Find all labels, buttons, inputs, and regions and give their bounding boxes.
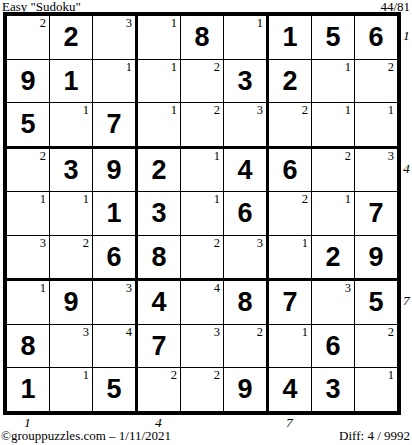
cell-r9c7[interactable]: 4 xyxy=(269,368,312,411)
cell-r2c5[interactable]: 2 xyxy=(181,60,224,104)
given-digit: 9 xyxy=(368,243,383,271)
cell-r5c7[interactable]: 2 xyxy=(269,192,312,236)
pencil-mark: 1 xyxy=(126,60,132,74)
pencil-mark: 2 xyxy=(302,192,308,206)
cell-r2c1[interactable]: 9 xyxy=(7,60,50,104)
pencil-mark: 2 xyxy=(214,236,220,250)
column-label-7: 7 xyxy=(286,415,293,431)
cell-r9c9[interactable]: 1 xyxy=(355,368,397,411)
cell-r9c8[interactable]: 3 xyxy=(312,368,355,411)
cell-r4c1[interactable]: 2 xyxy=(7,149,50,193)
pencil-mark: 2 xyxy=(388,325,394,339)
pencil-mark: 4 xyxy=(214,281,220,295)
cell-r3c4[interactable]: 1 xyxy=(138,103,181,149)
cell-r7c5[interactable]: 4 xyxy=(181,281,224,325)
pencil-mark: 1 xyxy=(257,16,263,30)
given-digit: 3 xyxy=(325,375,340,403)
cell-r6c8[interactable]: 2 xyxy=(312,236,355,282)
cell-r6c1[interactable]: 3 xyxy=(7,236,50,282)
pencil-mark: 3 xyxy=(257,103,263,117)
sudoku-page: Easy "Sudoku" 44/81 22318115691112321251… xyxy=(0,0,412,445)
pencil-mark: 1 xyxy=(83,368,89,382)
pencil-mark: 3 xyxy=(388,149,394,163)
cell-r9c1[interactable]: 1 xyxy=(7,368,50,411)
row-label-4: 4 xyxy=(403,161,410,177)
cell-r7c1[interactable]: 1 xyxy=(7,281,50,325)
cell-r3c5[interactable]: 2 xyxy=(181,103,224,149)
cell-r1c9[interactable]: 6 xyxy=(355,16,397,60)
pencil-mark: 3 xyxy=(126,281,132,295)
cell-r4c6[interactable]: 4 xyxy=(224,149,269,193)
cell-r8c5[interactable]: 3 xyxy=(181,325,224,369)
cell-r4c3[interactable]: 9 xyxy=(93,149,138,193)
cell-r5c3[interactable]: 1 xyxy=(93,192,138,236)
cell-r6c4[interactable]: 8 xyxy=(138,236,181,282)
pencil-mark: 1 xyxy=(214,192,220,206)
given-digit: 6 xyxy=(325,332,340,360)
cell-r3c9[interactable]: 1 xyxy=(355,103,397,149)
pencil-mark: 3 xyxy=(40,236,46,250)
cell-r5c5[interactable]: 1 xyxy=(181,192,224,236)
pencil-mark: 1 xyxy=(40,192,46,206)
cell-r8c7[interactable]: 1 xyxy=(269,325,312,369)
given-digit: 4 xyxy=(237,156,252,184)
pencil-mark: 2 xyxy=(40,16,46,30)
pencil-mark: 1 xyxy=(302,325,308,339)
given-digit: 2 xyxy=(282,67,297,95)
pencil-mark: 2 xyxy=(171,368,177,382)
pencil-mark: 1 xyxy=(171,60,177,74)
pencil-mark: 1 xyxy=(345,60,351,74)
given-digit: 3 xyxy=(151,199,166,227)
given-digit: 5 xyxy=(325,23,340,51)
given-digit: 4 xyxy=(282,375,297,403)
cell-r1c2[interactable]: 2 xyxy=(50,16,93,60)
pencil-mark: 3 xyxy=(345,281,351,295)
given-digit: 5 xyxy=(20,110,35,138)
given-digit: 2 xyxy=(151,156,166,184)
cell-r1c5[interactable]: 8 xyxy=(181,16,224,60)
cell-r4c7[interactable]: 6 xyxy=(269,149,312,193)
row-label-7: 7 xyxy=(403,293,410,309)
given-digit: 6 xyxy=(106,243,121,271)
given-digit: 1 xyxy=(20,375,35,403)
pencil-mark: 2 xyxy=(214,103,220,117)
copyright-text: ©grouppuzzles.com – 1/11/2021 xyxy=(1,428,171,444)
pencil-mark: 2 xyxy=(40,149,46,163)
cell-r6c2[interactable]: 2 xyxy=(50,236,93,282)
pencil-mark: 2 xyxy=(214,60,220,74)
given-digit: 6 xyxy=(237,199,252,227)
given-digit: 7 xyxy=(106,110,121,138)
pencil-mark: 1 xyxy=(388,103,394,117)
cell-r8c3[interactable]: 4 xyxy=(93,325,138,369)
cell-r3c1[interactable]: 5 xyxy=(7,103,50,149)
cell-r9c6[interactable]: 9 xyxy=(224,368,269,411)
given-digit: 7 xyxy=(151,332,166,360)
cell-r2c9[interactable]: 2 xyxy=(355,60,397,104)
cell-r9c2[interactable]: 1 xyxy=(50,368,93,411)
cell-r6c5[interactable]: 2 xyxy=(181,236,224,282)
cell-r7c7[interactable]: 7 xyxy=(269,281,312,325)
cell-r1c3[interactable]: 3 xyxy=(93,16,138,60)
cell-r7c4[interactable]: 4 xyxy=(138,281,181,325)
cell-r5c9[interactable]: 7 xyxy=(355,192,397,236)
cell-r5c4[interactable]: 3 xyxy=(138,192,181,236)
cell-r3c8[interactable]: 1 xyxy=(312,103,355,149)
given-digit: 6 xyxy=(282,156,297,184)
cell-r4c5[interactable]: 1 xyxy=(181,149,224,193)
pencil-mark: 4 xyxy=(126,325,132,339)
given-digit: 9 xyxy=(237,375,252,403)
pencil-mark: 2 xyxy=(214,368,220,382)
cell-r8c9[interactable]: 2 xyxy=(355,325,397,369)
cell-r7c8[interactable]: 3 xyxy=(312,281,355,325)
pencil-mark: 1 xyxy=(214,149,220,163)
cell-r1c8[interactable]: 5 xyxy=(312,16,355,60)
given-digit: 2 xyxy=(63,23,78,51)
cell-r3c3[interactable]: 7 xyxy=(93,103,138,149)
cell-r8c6[interactable]: 2 xyxy=(224,325,269,369)
cell-r2c2[interactable]: 1 xyxy=(50,60,93,104)
given-digit: 4 xyxy=(151,288,166,316)
cell-r1c4[interactable]: 1 xyxy=(138,16,181,60)
sudoku-board: 2231811569111232125171232112392146231113… xyxy=(3,12,401,415)
cell-r6c6[interactable]: 3 xyxy=(224,236,269,282)
given-digit: 8 xyxy=(151,243,166,271)
cell-r7c9[interactable]: 5 xyxy=(355,281,397,325)
given-digit: 7 xyxy=(368,199,383,227)
cell-r7c2[interactable]: 9 xyxy=(50,281,93,325)
given-digit: 8 xyxy=(20,332,35,360)
cell-r9c3[interactable]: 5 xyxy=(93,368,138,411)
pencil-mark: 1 xyxy=(40,281,46,295)
cell-r9c4[interactable]: 2 xyxy=(138,368,181,411)
pencil-mark: 2 xyxy=(388,60,394,74)
cell-r9c5[interactable]: 2 xyxy=(181,368,224,411)
cell-r3c2[interactable]: 1 xyxy=(50,103,93,149)
pencil-mark: 3 xyxy=(126,16,132,30)
given-digit: 8 xyxy=(194,23,209,51)
cell-r8c2[interactable]: 3 xyxy=(50,325,93,369)
cell-r1c1[interactable]: 2 xyxy=(7,16,50,60)
given-digit: 9 xyxy=(20,67,35,95)
pencil-mark: 3 xyxy=(83,325,89,339)
given-digit: 1 xyxy=(63,67,78,95)
given-digit: 7 xyxy=(282,288,297,316)
cell-r5c1[interactable]: 1 xyxy=(7,192,50,236)
pencil-mark: 2 xyxy=(257,325,263,339)
given-digit: 1 xyxy=(106,199,121,227)
cell-r8c1[interactable]: 8 xyxy=(7,325,50,369)
pencil-mark: 3 xyxy=(257,236,263,250)
cell-r8c8[interactable]: 6 xyxy=(312,325,355,369)
pencil-mark: 1 xyxy=(83,192,89,206)
cell-r7c6[interactable]: 8 xyxy=(224,281,269,325)
cell-r4c4[interactable]: 2 xyxy=(138,149,181,193)
pencil-mark: 2 xyxy=(302,103,308,117)
given-digit: 3 xyxy=(63,156,78,184)
cell-r4c8[interactable]: 2 xyxy=(312,149,355,193)
pencil-mark: 3 xyxy=(214,325,220,339)
cell-r2c3[interactable]: 1 xyxy=(93,60,138,104)
pencil-mark: 1 xyxy=(345,103,351,117)
cell-r7c3[interactable]: 3 xyxy=(93,281,138,325)
row-label-1: 1 xyxy=(403,28,410,44)
cell-r5c8[interactable]: 1 xyxy=(312,192,355,236)
given-digit: 9 xyxy=(106,156,121,184)
cell-r3c6[interactable]: 3 xyxy=(224,103,269,149)
pencil-mark: 2 xyxy=(345,149,351,163)
given-digit: 3 xyxy=(237,67,252,95)
difficulty-text: Diff: 4 / 9992 xyxy=(339,428,410,444)
cell-r5c6[interactable]: 6 xyxy=(224,192,269,236)
cell-r3c7[interactable]: 2 xyxy=(269,103,312,149)
cell-r4c9[interactable]: 3 xyxy=(355,149,397,193)
cell-r4c2[interactable]: 3 xyxy=(50,149,93,193)
cell-r6c3[interactable]: 6 xyxy=(93,236,138,282)
pencil-mark: 1 xyxy=(83,103,89,117)
given-digit: 5 xyxy=(106,375,121,403)
cell-r5c2[interactable]: 1 xyxy=(50,192,93,236)
given-digit: 8 xyxy=(237,288,252,316)
given-digit: 9 xyxy=(63,288,78,316)
cell-r1c6[interactable]: 1 xyxy=(224,16,269,60)
pencil-mark: 1 xyxy=(171,16,177,30)
pencil-mark: 1 xyxy=(345,192,351,206)
pencil-mark: 1 xyxy=(302,236,308,250)
given-digit: 5 xyxy=(368,288,383,316)
cell-r8c4[interactable]: 7 xyxy=(138,325,181,369)
given-digit: 1 xyxy=(282,23,297,51)
cell-r6c9[interactable]: 9 xyxy=(355,236,397,282)
cell-r1c7[interactable]: 1 xyxy=(269,16,312,60)
cell-r6c7[interactable]: 1 xyxy=(269,236,312,282)
cell-r2c7[interactable]: 2 xyxy=(269,60,312,104)
cell-r2c4[interactable]: 1 xyxy=(138,60,181,104)
pencil-mark: 2 xyxy=(83,236,89,250)
given-digit: 6 xyxy=(368,23,383,51)
cell-r2c8[interactable]: 1 xyxy=(312,60,355,104)
given-digit: 2 xyxy=(325,243,340,271)
cell-r2c6[interactable]: 3 xyxy=(224,60,269,104)
pencil-mark: 1 xyxy=(388,368,394,382)
pencil-mark: 1 xyxy=(171,103,177,117)
